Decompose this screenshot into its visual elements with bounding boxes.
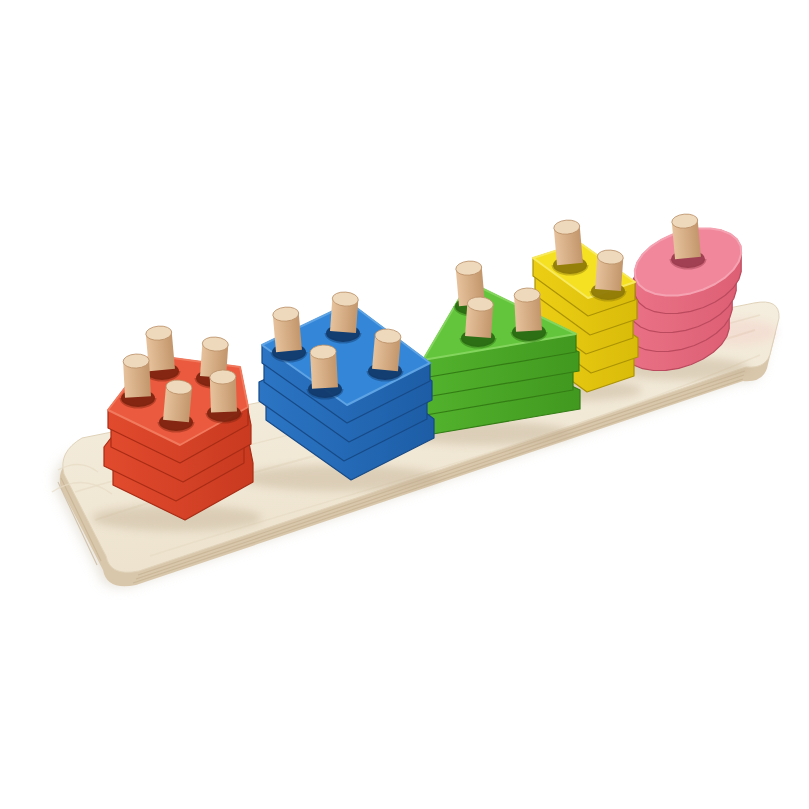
peg-cylinder	[123, 353, 151, 397]
peg-cylinder	[372, 328, 401, 371]
peg-cylinder	[514, 287, 542, 331]
peg-cylinder	[145, 325, 175, 371]
peg-cylinder	[272, 306, 302, 352]
peg-cylinder	[310, 344, 338, 388]
peg-cylinder	[553, 219, 583, 265]
peg-cylinder	[465, 296, 494, 338]
wooden-peg	[326, 291, 360, 342]
peg-cylinder	[210, 370, 237, 413]
product-photo	[0, 0, 809, 809]
peg-cylinder	[671, 213, 701, 259]
peg-cylinder	[595, 249, 624, 291]
peg-cylinder	[330, 291, 359, 333]
wooden-peg	[207, 370, 241, 422]
wooden-peg	[145, 325, 179, 380]
peg-cylinder	[163, 379, 192, 422]
toy-scene	[0, 0, 809, 809]
